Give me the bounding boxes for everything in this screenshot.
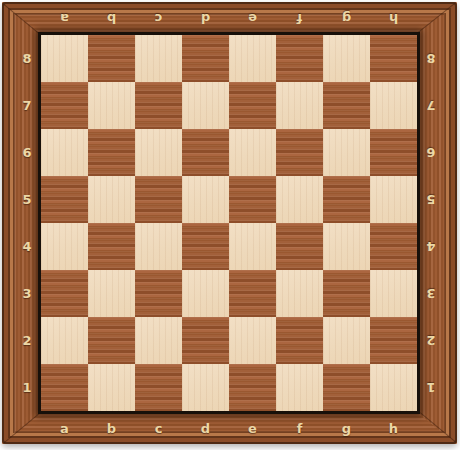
miter-joint-bottom-left: [3, 413, 40, 444]
square-f7[interactable]: [276, 82, 323, 129]
bottom-coordinate-label-a: a: [41, 414, 88, 442]
square-e1[interactable]: [229, 364, 276, 411]
file-labels-bottom: abcdefgh: [41, 414, 417, 442]
right-coordinate-label-4: 4: [419, 223, 443, 270]
square-g3[interactable]: [323, 270, 370, 317]
square-h6[interactable]: [370, 129, 417, 176]
square-f1[interactable]: [276, 364, 323, 411]
square-g1[interactable]: [323, 364, 370, 411]
square-d4[interactable]: [182, 223, 229, 270]
square-b7[interactable]: [88, 82, 135, 129]
square-h7[interactable]: [370, 82, 417, 129]
square-a5[interactable]: [41, 176, 88, 223]
square-d1[interactable]: [182, 364, 229, 411]
right-coordinate-label-5: 5: [419, 176, 443, 223]
rank-labels-right: 87654321: [419, 35, 443, 411]
right-coordinate-label-7: 7: [419, 82, 443, 129]
square-b6[interactable]: [88, 129, 135, 176]
square-b2[interactable]: [88, 317, 135, 364]
miter-joint-bottom-right: [420, 412, 457, 443]
top-coordinate-label-f: f: [276, 7, 323, 31]
square-a2[interactable]: [41, 317, 88, 364]
square-d7[interactable]: [182, 82, 229, 129]
square-a4[interactable]: [41, 223, 88, 270]
square-f8[interactable]: [276, 35, 323, 82]
square-e3[interactable]: [229, 270, 276, 317]
bottom-coordinate-label-h: h: [370, 414, 417, 442]
square-d3[interactable]: [182, 270, 229, 317]
square-b3[interactable]: [88, 270, 135, 317]
square-c3[interactable]: [135, 270, 182, 317]
left-coordinate-label-8: 8: [14, 35, 40, 82]
square-b4[interactable]: [88, 223, 135, 270]
bottom-coordinate-label-f: f: [276, 414, 323, 442]
rank-labels-left: 87654321: [14, 35, 40, 411]
top-coordinate-label-e: e: [229, 7, 276, 31]
square-f4[interactable]: [276, 223, 323, 270]
square-b5[interactable]: [88, 176, 135, 223]
square-h5[interactable]: [370, 176, 417, 223]
top-coordinate-label-h: h: [370, 7, 417, 31]
square-d6[interactable]: [182, 129, 229, 176]
square-f2[interactable]: [276, 317, 323, 364]
top-coordinate-label-a: a: [41, 7, 88, 31]
bottom-coordinate-label-e: e: [229, 414, 276, 442]
square-e4[interactable]: [229, 223, 276, 270]
square-h3[interactable]: [370, 270, 417, 317]
bottom-coordinate-label-d: d: [182, 414, 229, 442]
square-h4[interactable]: [370, 223, 417, 270]
square-c5[interactable]: [135, 176, 182, 223]
chess-board-grid: [41, 35, 417, 411]
square-c1[interactable]: [135, 364, 182, 411]
bottom-coordinate-label-g: g: [323, 414, 370, 442]
square-d5[interactable]: [182, 176, 229, 223]
square-g8[interactable]: [323, 35, 370, 82]
square-c6[interactable]: [135, 129, 182, 176]
square-h1[interactable]: [370, 364, 417, 411]
frame-right-moulding: [419, 2, 457, 444]
left-coordinate-label-1: 1: [14, 364, 40, 411]
square-a6[interactable]: [41, 129, 88, 176]
left-coordinate-label-4: 4: [14, 223, 40, 270]
square-e6[interactable]: [229, 129, 276, 176]
right-coordinate-label-2: 2: [419, 317, 443, 364]
square-f3[interactable]: [276, 270, 323, 317]
square-e2[interactable]: [229, 317, 276, 364]
right-coordinate-label-8: 8: [419, 35, 443, 82]
left-coordinate-label-6: 6: [14, 129, 40, 176]
square-g4[interactable]: [323, 223, 370, 270]
top-coordinate-label-g: g: [323, 7, 370, 31]
frame-top-moulding: [2, 2, 457, 32]
left-coordinate-label-2: 2: [14, 317, 40, 364]
right-coordinate-label-6: 6: [419, 129, 443, 176]
square-c8[interactable]: [135, 35, 182, 82]
square-e8[interactable]: [229, 35, 276, 82]
bottom-coordinate-label-b: b: [88, 414, 135, 442]
right-coordinate-label-3: 3: [419, 270, 443, 317]
square-c4[interactable]: [135, 223, 182, 270]
chessboard-screenshot: abcdefgh abcdefgh 87654321 87654321: [0, 0, 460, 450]
bottom-coordinate-label-c: c: [135, 414, 182, 442]
frame-bottom-moulding: [2, 414, 457, 444]
top-coordinate-label-b: b: [88, 7, 135, 31]
square-h2[interactable]: [370, 317, 417, 364]
square-a1[interactable]: [41, 364, 88, 411]
square-a3[interactable]: [41, 270, 88, 317]
square-h8[interactable]: [370, 35, 417, 82]
miter-joint-top-left: [2, 3, 39, 34]
square-c2[interactable]: [135, 317, 182, 364]
square-e7[interactable]: [229, 82, 276, 129]
square-g7[interactable]: [323, 82, 370, 129]
square-b8[interactable]: [88, 35, 135, 82]
square-d8[interactable]: [182, 35, 229, 82]
square-d2[interactable]: [182, 317, 229, 364]
top-coordinate-label-c: c: [135, 7, 182, 31]
board-inner-border: [38, 32, 420, 414]
square-f5[interactable]: [276, 176, 323, 223]
board-frame: abcdefgh abcdefgh 87654321 87654321: [2, 2, 457, 444]
square-c7[interactable]: [135, 82, 182, 129]
square-f6[interactable]: [276, 129, 323, 176]
top-coordinate-label-d: d: [182, 7, 229, 31]
square-g2[interactable]: [323, 317, 370, 364]
left-coordinate-label-3: 3: [14, 270, 40, 317]
square-e5[interactable]: [229, 176, 276, 223]
square-a8[interactable]: [41, 35, 88, 82]
left-coordinate-label-5: 5: [14, 176, 40, 223]
right-coordinate-label-1: 1: [419, 364, 443, 411]
square-b1[interactable]: [88, 364, 135, 411]
miter-joint-top-right: [417, 2, 456, 33]
square-g5[interactable]: [323, 176, 370, 223]
file-labels-top: abcdefgh: [41, 7, 417, 31]
left-coordinate-label-7: 7: [14, 82, 40, 129]
frame-left-moulding: [2, 2, 38, 444]
square-a7[interactable]: [41, 82, 88, 129]
square-g6[interactable]: [323, 129, 370, 176]
